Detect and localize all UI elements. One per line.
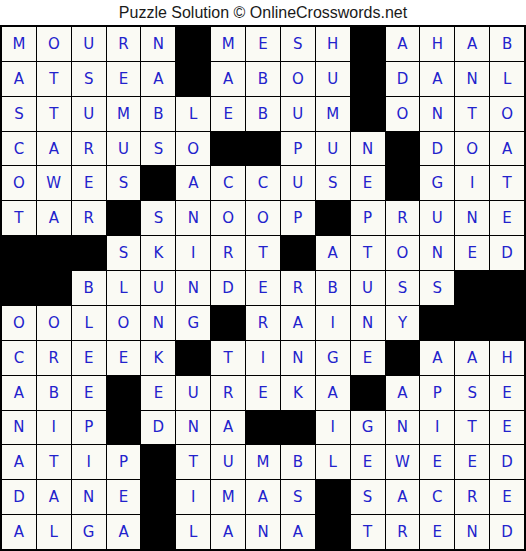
cell-r6c12: R — [386, 201, 420, 235]
cell-r5c4: S — [107, 166, 141, 200]
cell-r1c13: H — [420, 27, 454, 61]
cell-r10c9: N — [281, 341, 315, 375]
cell-r2c3: S — [72, 62, 106, 96]
cell-r2c2: T — [37, 62, 71, 96]
cell-r2c8: B — [246, 62, 280, 96]
cell-r11c1: A — [2, 376, 36, 410]
black-cell-r2c11 — [351, 62, 385, 96]
title-bar: Puzzle Solution © OnlineCrosswords.net — [0, 0, 526, 25]
cell-r3c4: M — [107, 97, 141, 131]
cell-r12c15: E — [490, 411, 524, 445]
cell-r2c15: L — [490, 62, 524, 96]
black-cell-r4c8 — [246, 132, 280, 166]
black-cell-r6c10 — [316, 201, 350, 235]
cell-r1c7: M — [211, 27, 245, 61]
black-cell-r5c5 — [141, 166, 175, 200]
cell-r6c7: O — [211, 201, 245, 235]
cell-r11c9: K — [281, 376, 315, 410]
cell-r4c14: O — [455, 132, 489, 166]
cell-r3c9: U — [281, 97, 315, 131]
cell-r9c3: L — [72, 306, 106, 340]
black-cell-r7c3 — [72, 236, 106, 270]
cell-r15c15: D — [490, 515, 524, 549]
black-cell-r7c9 — [281, 236, 315, 270]
cell-r2c13: A — [420, 62, 454, 96]
cell-r11c12: A — [386, 376, 420, 410]
cell-r11c15: E — [490, 376, 524, 410]
cell-r13c3: I — [72, 445, 106, 479]
cell-r14c4: E — [107, 480, 141, 514]
cell-r4c3: R — [72, 132, 106, 166]
cell-r8c13: S — [420, 271, 454, 305]
cell-r12c3: P — [72, 411, 106, 445]
cell-r13c8: M — [246, 445, 280, 479]
cell-r15c8: N — [246, 515, 280, 549]
cell-r12c5: D — [141, 411, 175, 445]
cell-r5c14: I — [455, 166, 489, 200]
cell-r3c5: B — [141, 97, 175, 131]
cell-r14c8: A — [246, 480, 280, 514]
black-cell-r10c12 — [386, 341, 420, 375]
black-cell-r9c7 — [211, 306, 245, 340]
cell-r8c8: E — [246, 271, 280, 305]
cell-r8c12: S — [386, 271, 420, 305]
cell-r15c2: L — [37, 515, 71, 549]
cell-r15c14: N — [455, 515, 489, 549]
cell-r2c5: A — [141, 62, 175, 96]
black-cell-r1c6 — [176, 27, 210, 61]
cell-r5c3: E — [72, 166, 106, 200]
cell-r7c5: K — [141, 236, 175, 270]
black-cell-r12c9 — [281, 411, 315, 445]
black-cell-r11c4 — [107, 376, 141, 410]
cell-r14c6: I — [176, 480, 210, 514]
black-cell-r5c12 — [386, 166, 420, 200]
cell-r4c5: S — [141, 132, 175, 166]
cell-r14c15: E — [490, 480, 524, 514]
cell-r13c6: T — [176, 445, 210, 479]
cell-r13c12: W — [386, 445, 420, 479]
black-cell-r6c4 — [107, 201, 141, 235]
cell-r15c1: A — [2, 515, 36, 549]
black-cell-r15c5 — [141, 515, 175, 549]
cell-r15c6: L — [176, 515, 210, 549]
cell-r3c15: O — [490, 97, 524, 131]
cell-r10c2: R — [37, 341, 71, 375]
cell-r13c2: T — [37, 445, 71, 479]
cell-r3c13: N — [420, 97, 454, 131]
cell-r6c3: R — [72, 201, 106, 235]
cell-r1c2: O — [37, 27, 71, 61]
black-cell-r7c1 — [2, 236, 36, 270]
cell-r7c4: S — [107, 236, 141, 270]
cell-r4c6: O — [176, 132, 210, 166]
cell-r13c7: U — [211, 445, 245, 479]
cell-r13c1: A — [2, 445, 36, 479]
cell-r8c7: D — [211, 271, 245, 305]
black-cell-r14c10 — [316, 480, 350, 514]
black-cell-r8c1 — [2, 271, 36, 305]
black-cell-r4c12 — [386, 132, 420, 166]
black-cell-r1c11 — [351, 27, 385, 61]
page-title: Puzzle Solution © OnlineCrosswords.net — [119, 4, 407, 22]
cell-r13c15: D — [490, 445, 524, 479]
cell-r5c6: A — [176, 166, 210, 200]
cell-r1c15: B — [490, 27, 524, 61]
cell-r1c5: N — [141, 27, 175, 61]
cell-r3c1: S — [2, 97, 36, 131]
cell-r11c6: U — [176, 376, 210, 410]
cell-r12c14: T — [455, 411, 489, 445]
black-cell-r8c15 — [490, 271, 524, 305]
cell-r5c11: E — [351, 166, 385, 200]
cell-r2c9: O — [281, 62, 315, 96]
cell-r4c9: P — [281, 132, 315, 166]
cell-r6c14: N — [455, 201, 489, 235]
cell-r12c13: I — [420, 411, 454, 445]
cell-r2c1: A — [2, 62, 36, 96]
cell-r11c7: R — [211, 376, 245, 410]
cell-r3c7: E — [211, 97, 245, 131]
cell-r13c10: L — [316, 445, 350, 479]
cell-r13c11: E — [351, 445, 385, 479]
cell-r3c2: T — [37, 97, 71, 131]
cell-r8c6: N — [176, 271, 210, 305]
cell-r3c10: M — [316, 97, 350, 131]
cell-r7c7: R — [211, 236, 245, 270]
cell-r8c9: R — [281, 271, 315, 305]
black-cell-r9c15 — [490, 306, 524, 340]
cell-r12c7: A — [211, 411, 245, 445]
black-cell-r12c4 — [107, 411, 141, 445]
cell-r8c11: U — [351, 271, 385, 305]
cell-r4c11: N — [351, 132, 385, 166]
cell-r1c1: M — [2, 27, 36, 61]
cell-r9c9: A — [281, 306, 315, 340]
cell-r3c8: B — [246, 97, 280, 131]
cell-r7c13: N — [420, 236, 454, 270]
cell-r12c10: I — [316, 411, 350, 445]
black-cell-r13c5 — [141, 445, 175, 479]
cell-r15c9: A — [281, 515, 315, 549]
cell-r14c3: N — [72, 480, 106, 514]
black-cell-r9c14 — [455, 306, 489, 340]
black-cell-r9c13 — [420, 306, 454, 340]
cell-r7c12: O — [386, 236, 420, 270]
cell-r15c3: G — [72, 515, 106, 549]
cell-r5c2: W — [37, 166, 71, 200]
cell-r11c3: E — [72, 376, 106, 410]
cell-r6c13: U — [420, 201, 454, 235]
cell-r10c1: C — [2, 341, 36, 375]
cell-r12c2: I — [37, 411, 71, 445]
cell-r10c3: E — [72, 341, 106, 375]
cell-r11c8: E — [246, 376, 280, 410]
cell-r1c10: H — [316, 27, 350, 61]
cell-r15c13: E — [420, 515, 454, 549]
cell-r3c3: U — [72, 97, 106, 131]
black-cell-r8c14 — [455, 271, 489, 305]
cell-r15c11: T — [351, 515, 385, 549]
cell-r5c8: C — [246, 166, 280, 200]
cell-r11c10: A — [316, 376, 350, 410]
cell-r14c1: D — [2, 480, 36, 514]
cell-r2c7: A — [211, 62, 245, 96]
cell-r15c7: A — [211, 515, 245, 549]
cell-r10c11: E — [351, 341, 385, 375]
black-cell-r15c10 — [316, 515, 350, 549]
cell-r5c13: G — [420, 166, 454, 200]
cell-r6c2: A — [37, 201, 71, 235]
black-cell-r12c8 — [246, 411, 280, 445]
black-cell-r8c2 — [37, 271, 71, 305]
cell-r7c14: E — [455, 236, 489, 270]
cell-r9c1: O — [2, 306, 36, 340]
cell-r4c4: U — [107, 132, 141, 166]
cell-r14c11: S — [351, 480, 385, 514]
cell-r12c11: G — [351, 411, 385, 445]
crossword-board: MOURNMESHAHABATSEAABOUDANLSTUMBLEBUMONTO… — [0, 25, 526, 551]
cell-r12c12: N — [386, 411, 420, 445]
cell-r3c12: O — [386, 97, 420, 131]
cell-r6c9: P — [281, 201, 315, 235]
cell-r6c1: T — [2, 201, 36, 235]
black-cell-r3c11 — [351, 97, 385, 131]
cell-r14c13: C — [420, 480, 454, 514]
cell-r4c1: C — [2, 132, 36, 166]
cell-r4c15: A — [490, 132, 524, 166]
cell-r7c10: A — [316, 236, 350, 270]
cell-r5c15: T — [490, 166, 524, 200]
cell-r15c12: R — [386, 515, 420, 549]
cell-r7c6: I — [176, 236, 210, 270]
cell-r7c11: T — [351, 236, 385, 270]
cell-r2c14: N — [455, 62, 489, 96]
cell-r10c7: T — [211, 341, 245, 375]
cell-r5c10: S — [316, 166, 350, 200]
cell-r10c15: H — [490, 341, 524, 375]
cell-r13c4: P — [107, 445, 141, 479]
cell-r5c7: C — [211, 166, 245, 200]
cell-r2c10: U — [316, 62, 350, 96]
cell-r11c2: B — [37, 376, 71, 410]
cell-r8c5: U — [141, 271, 175, 305]
cell-r9c4: O — [107, 306, 141, 340]
cell-r5c9: U — [281, 166, 315, 200]
cell-r9c5: N — [141, 306, 175, 340]
cell-r9c12: Y — [386, 306, 420, 340]
cell-r14c14: R — [455, 480, 489, 514]
crossword-solution-page: Puzzle Solution © OnlineCrosswords.net M… — [0, 0, 526, 551]
cell-r1c3: U — [72, 27, 106, 61]
cell-r12c1: N — [2, 411, 36, 445]
cell-r10c14: A — [455, 341, 489, 375]
cell-r9c10: I — [316, 306, 350, 340]
cell-r1c8: E — [246, 27, 280, 61]
cell-r3c6: L — [176, 97, 210, 131]
cell-r11c13: P — [420, 376, 454, 410]
cell-r9c8: R — [246, 306, 280, 340]
black-cell-r7c2 — [37, 236, 71, 270]
cell-r10c10: G — [316, 341, 350, 375]
cell-r6c6: N — [176, 201, 210, 235]
cell-r1c14: A — [455, 27, 489, 61]
cell-r9c6: G — [176, 306, 210, 340]
cell-r2c4: E — [107, 62, 141, 96]
cell-r8c3: B — [72, 271, 106, 305]
cell-r4c13: D — [420, 132, 454, 166]
cell-r6c11: P — [351, 201, 385, 235]
cell-r1c4: R — [107, 27, 141, 61]
cell-r1c9: S — [281, 27, 315, 61]
cell-r2c12: D — [386, 62, 420, 96]
cell-r6c15: E — [490, 201, 524, 235]
cell-r5c1: O — [2, 166, 36, 200]
cell-r11c14: S — [455, 376, 489, 410]
black-cell-r4c7 — [211, 132, 245, 166]
cell-r10c8: I — [246, 341, 280, 375]
cell-r9c2: O — [37, 306, 71, 340]
cell-r10c13: A — [420, 341, 454, 375]
cell-r8c10: B — [316, 271, 350, 305]
black-cell-r11c11 — [351, 376, 385, 410]
cell-r7c15: D — [490, 236, 524, 270]
cell-r1c12: A — [386, 27, 420, 61]
cell-r15c4: A — [107, 515, 141, 549]
cell-r10c4: E — [107, 341, 141, 375]
black-cell-r2c6 — [176, 62, 210, 96]
cell-r4c2: A — [37, 132, 71, 166]
cell-r14c7: M — [211, 480, 245, 514]
cell-r6c8: O — [246, 201, 280, 235]
cell-r6c5: S — [141, 201, 175, 235]
cell-r11c5: E — [141, 376, 175, 410]
cell-r7c8: T — [246, 236, 280, 270]
cell-r14c9: S — [281, 480, 315, 514]
cell-r3c14: T — [455, 97, 489, 131]
cell-r13c14: E — [455, 445, 489, 479]
cell-r4c10: U — [316, 132, 350, 166]
cell-r14c12: A — [386, 480, 420, 514]
cell-r13c13: E — [420, 445, 454, 479]
cell-r12c6: N — [176, 411, 210, 445]
cell-r10c5: K — [141, 341, 175, 375]
black-cell-r14c5 — [141, 480, 175, 514]
black-cell-r10c6 — [176, 341, 210, 375]
cell-r9c11: N — [351, 306, 385, 340]
cell-r13c9: B — [281, 445, 315, 479]
cell-r14c2: A — [37, 480, 71, 514]
cell-r8c4: L — [107, 271, 141, 305]
